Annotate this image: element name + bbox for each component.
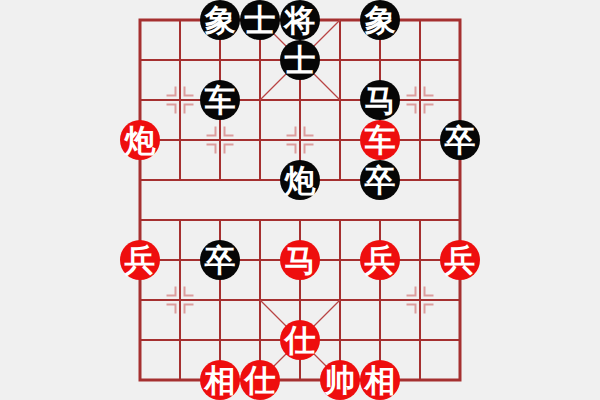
piece-red-advisor[interactable]: 仕 (240, 360, 280, 400)
piece-red-elephant[interactable]: 相 (360, 360, 400, 400)
piece-black-cannon[interactable]: 炮 (280, 160, 320, 200)
piece-red-pawn[interactable]: 兵 (440, 240, 480, 280)
piece-black-general[interactable]: 将 (280, 0, 320, 40)
piece-black-chariot[interactable]: 车 (200, 80, 240, 120)
screen: { "game": "xiangqi", "position": { "fen"… (0, 0, 600, 400)
piece-black-pawn[interactable]: 卒 (200, 240, 240, 280)
xiangqi-board: 象士将象士车马炮车卒炮卒兵卒马兵兵仕相仕帅相 (120, 0, 480, 400)
piece-red-chariot[interactable]: 车 (360, 120, 400, 160)
piece-black-advisor[interactable]: 士 (280, 40, 320, 80)
piece-black-horse[interactable]: 马 (360, 80, 400, 120)
piece-black-advisor[interactable]: 士 (240, 0, 280, 40)
piece-black-elephant[interactable]: 象 (360, 0, 400, 40)
piece-red-pawn[interactable]: 兵 (120, 240, 160, 280)
piece-red-general[interactable]: 帅 (320, 360, 360, 400)
piece-black-pawn[interactable]: 卒 (360, 160, 400, 200)
pieces-layer: 象士将象士车马炮车卒炮卒兵卒马兵兵仕相仕帅相 (120, 0, 480, 400)
piece-red-advisor[interactable]: 仕 (280, 320, 320, 360)
piece-black-elephant[interactable]: 象 (200, 0, 240, 40)
piece-red-horse[interactable]: 马 (280, 240, 320, 280)
piece-red-pawn[interactable]: 兵 (360, 240, 400, 280)
piece-red-cannon[interactable]: 炮 (120, 120, 160, 160)
piece-black-pawn[interactable]: 卒 (440, 120, 480, 160)
piece-red-elephant[interactable]: 相 (200, 360, 240, 400)
